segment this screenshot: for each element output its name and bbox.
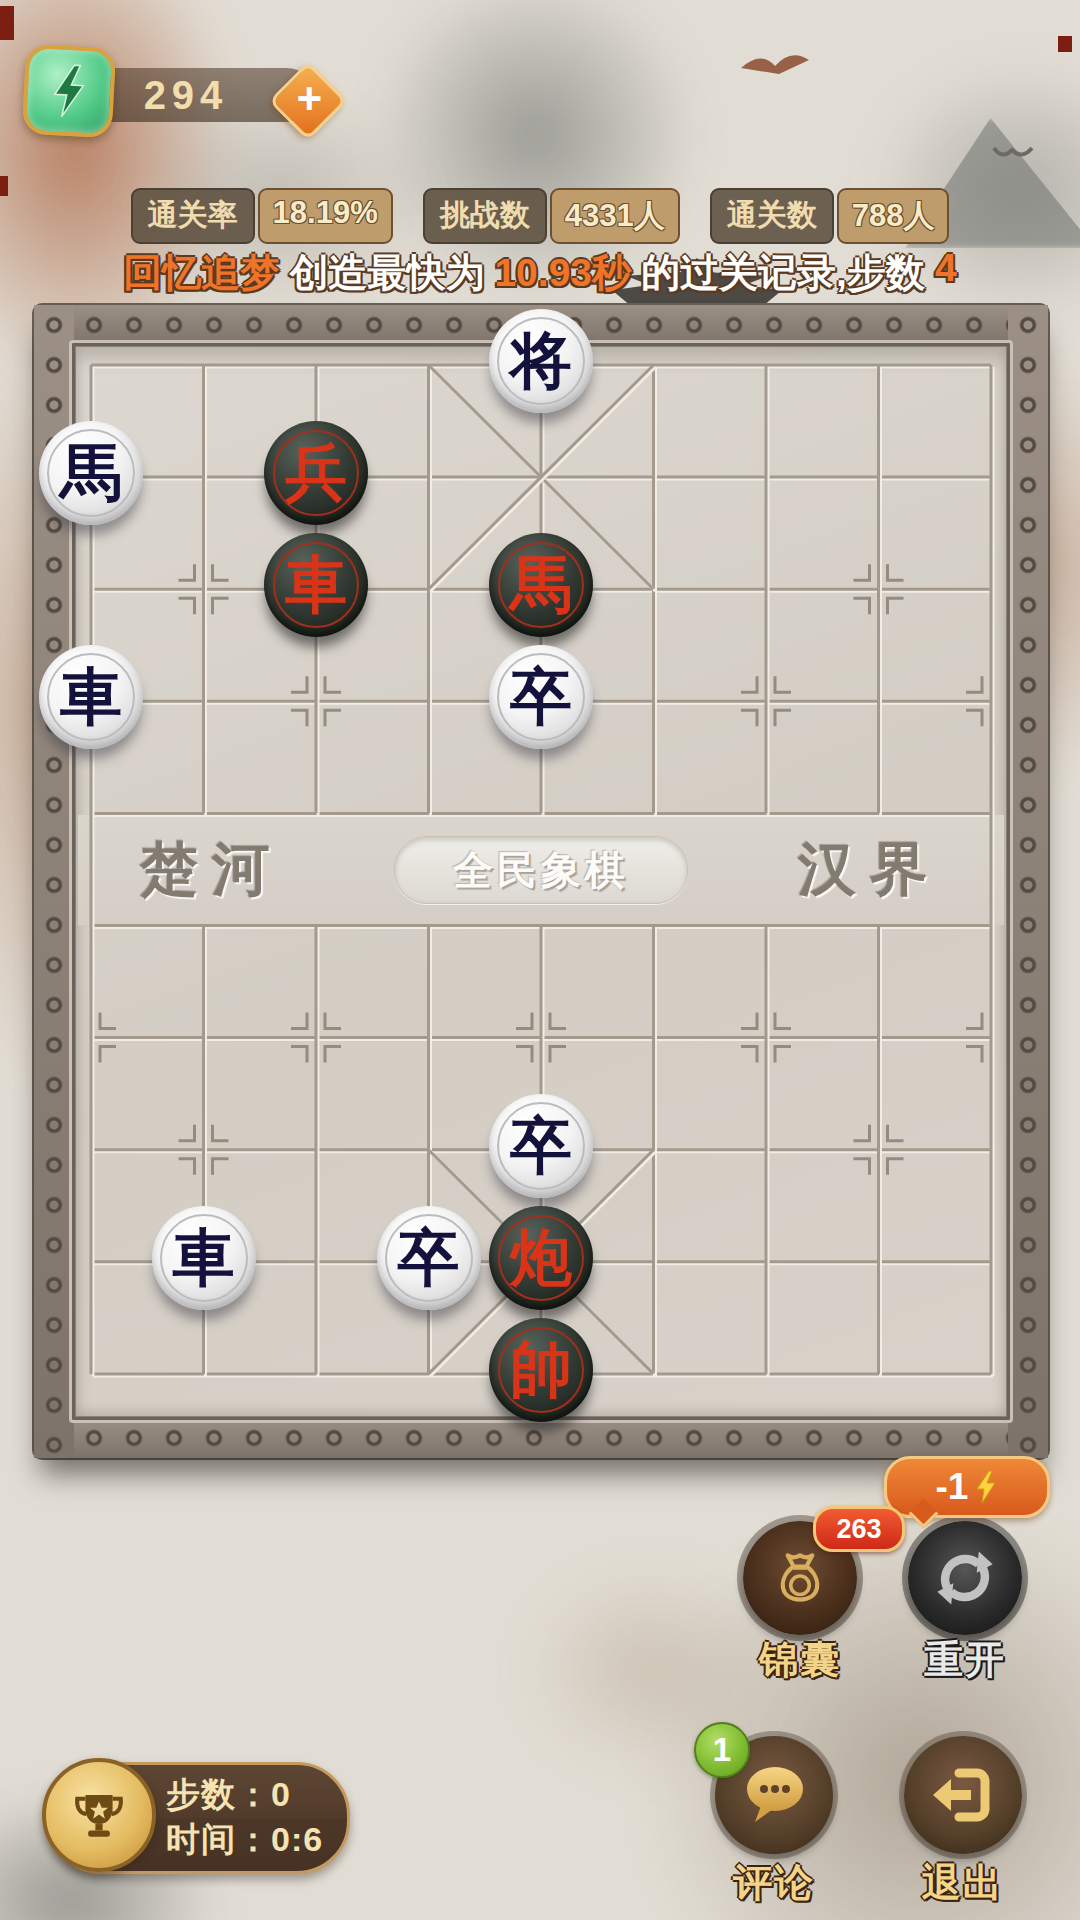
restart-cost: -1 (936, 1466, 969, 1508)
stats-row: 通关率 18.19% 挑战数 4331人 通关数 788人 (0, 188, 1080, 244)
stat-challengers: 挑战数 4331人 (423, 188, 680, 244)
trophy-icon (42, 1758, 156, 1872)
piece-black-将[interactable]: 将 (489, 309, 593, 413)
stat-value: 18.19% (258, 188, 393, 244)
comment-count-badge: 1 (694, 1722, 750, 1778)
hint-count: 263 (836, 1514, 881, 1545)
restart-button[interactable] (908, 1521, 1022, 1635)
restart-label: 重开 (885, 1633, 1045, 1687)
record-player: 回忆追梦 (123, 246, 279, 300)
plus-icon: + (297, 78, 323, 122)
piece-character: 炮 (510, 1227, 572, 1289)
piece-character: 兵 (285, 442, 347, 504)
steps-label: 步数： (166, 1775, 271, 1813)
record-time: 10.93秒 (494, 246, 631, 300)
piece-black-卒[interactable]: 卒 (489, 1094, 593, 1198)
record-banner: 回忆追梦 创造最快为 10.93秒 的过关记录,步数 4 (0, 246, 1080, 300)
stat-label: 通关数 (710, 188, 834, 244)
exit-icon (931, 1763, 995, 1827)
energy-gem-icon (22, 44, 117, 139)
piece-red-車[interactable]: 車 (264, 533, 368, 637)
piece-red-炮[interactable]: 炮 (489, 1206, 593, 1310)
stat-value: 4331人 (550, 188, 680, 244)
board-frame-right (1008, 305, 1048, 1458)
piece-black-車[interactable]: 車 (39, 645, 143, 749)
piece-red-兵[interactable]: 兵 (264, 421, 368, 525)
board-frame-bottom (34, 1418, 1048, 1458)
lightning-icon (974, 1470, 998, 1504)
record-text: 创造最快为 (289, 246, 484, 300)
piece-character: 車 (285, 554, 347, 616)
money-bag-icon (767, 1545, 833, 1611)
restart-cost-badge: -1 (884, 1456, 1050, 1518)
piece-character: 車 (173, 1227, 235, 1289)
red-seal-mark (1058, 36, 1072, 52)
hint-count-badge: 263 (813, 1506, 905, 1552)
lightning-icon (46, 62, 93, 120)
record-text: 的过关记录,步数 (641, 246, 925, 300)
piece-black-卒[interactable]: 卒 (489, 645, 593, 749)
chat-bubble-icon (737, 1762, 811, 1828)
piece-character: 馬 (60, 442, 122, 504)
stat-passers: 通关数 788人 (710, 188, 950, 244)
piece-black-車[interactable]: 車 (152, 1206, 256, 1310)
time-value: 0:6 (271, 1820, 323, 1858)
restart-arrows-icon (931, 1544, 999, 1612)
steps-value: 0 (271, 1775, 291, 1813)
board-surface: 楚河 全民象棋 汉界 将馬兵車馬車卒卒車卒炮帥 (76, 347, 1006, 1416)
xiangqi-board: 楚河 全民象棋 汉界 将馬兵車馬車卒卒車卒炮帥 (34, 305, 1048, 1458)
status-lines: 步数：0 时间：0:6 (166, 1772, 323, 1862)
stat-pass-rate: 通关率 18.19% (131, 188, 393, 244)
bird-icon (990, 140, 1036, 166)
piece-red-帥[interactable]: 帥 (489, 1318, 593, 1422)
stat-value: 788人 (837, 188, 950, 244)
piece-character: 卒 (398, 1227, 460, 1289)
time-label: 时间： (166, 1820, 271, 1858)
piece-character: 帥 (510, 1339, 572, 1401)
piece-red-馬[interactable]: 馬 (489, 533, 593, 637)
piece-character: 卒 (510, 666, 572, 728)
exit-button[interactable] (904, 1736, 1022, 1854)
stat-label: 通关率 (131, 188, 255, 244)
bird-icon (735, 40, 815, 90)
piece-black-馬[interactable]: 馬 (39, 421, 143, 525)
piece-character: 馬 (510, 554, 572, 616)
exit-label: 退出 (883, 1856, 1043, 1910)
record-steps: 4 (935, 246, 957, 300)
red-seal-mark (0, 6, 14, 40)
stat-label: 挑战数 (423, 188, 547, 244)
piece-character: 車 (60, 666, 122, 728)
hint-label: 锦囊 (720, 1633, 880, 1687)
comment-label: 评论 (694, 1856, 854, 1910)
energy-count: 294 (144, 73, 229, 118)
piece-character: 将 (510, 330, 572, 392)
comment-count: 1 (713, 1731, 731, 1769)
piece-black-卒[interactable]: 卒 (377, 1206, 481, 1310)
piece-character: 卒 (510, 1115, 572, 1177)
